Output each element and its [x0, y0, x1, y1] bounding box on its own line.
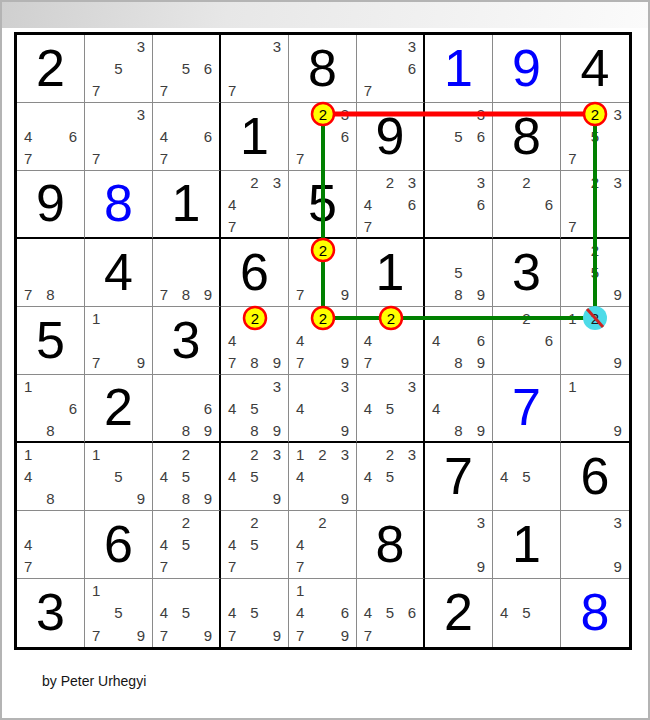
cell-r8c2[interactable]: 6 — [85, 511, 153, 579]
empty-mark — [107, 307, 129, 329]
cell-r1c7[interactable]: 1 — [425, 35, 493, 103]
pencil-mark-3: 3 — [470, 511, 492, 533]
empty-mark — [425, 556, 447, 578]
cell-r4c6[interactable]: 1 — [357, 239, 425, 307]
empty-mark — [561, 397, 584, 419]
pencil-mark-7: 7 — [289, 624, 311, 647]
empty-mark — [197, 375, 219, 397]
cell-r7c2[interactable]: 159 — [85, 443, 153, 511]
pencil-marks: 37 — [221, 35, 288, 102]
pencil-mark-7: 7 — [289, 148, 311, 170]
empty-mark — [584, 284, 607, 306]
pencil-mark-2: 2 — [584, 103, 607, 125]
empty-mark — [447, 375, 469, 397]
empty-mark — [401, 465, 423, 487]
empty-mark — [606, 148, 629, 170]
pencil-marks: 24789 — [221, 307, 288, 374]
pencil-marks: 349 — [289, 375, 356, 441]
cell-r4c4[interactable]: 6 — [221, 239, 289, 307]
big-digit: 8 — [104, 177, 133, 229]
cell-r1c2[interactable]: 357 — [85, 35, 153, 103]
pencil-marks: 237 — [561, 171, 629, 237]
big-digit: 5 — [36, 314, 65, 366]
big-digit: 7 — [444, 450, 473, 502]
pencil-mark-3: 3 — [470, 171, 492, 193]
empty-mark — [17, 239, 39, 261]
cell-r6c7[interactable]: 489 — [425, 375, 493, 443]
cell-r5c4[interactable]: 24789 — [221, 307, 289, 375]
empty-mark — [515, 579, 537, 602]
pencil-mark-8: 8 — [447, 352, 469, 374]
pencil-marks: 179 — [85, 307, 152, 374]
cell-r9c1[interactable]: 3 — [17, 579, 85, 647]
cell-r2c4[interactable]: 1 — [221, 103, 289, 171]
cell-r9c4[interactable]: 4579 — [221, 579, 289, 647]
empty-mark — [289, 419, 311, 441]
pencil-mark-4: 4 — [289, 602, 311, 625]
big-digit: 8 — [581, 586, 610, 638]
cell-r7c4[interactable]: 23459 — [221, 443, 289, 511]
empty-mark — [311, 375, 333, 397]
cell-r9c8[interactable]: 45 — [493, 579, 561, 647]
empty-mark — [266, 511, 288, 533]
pencil-mark-4: 4 — [357, 397, 379, 419]
pencil-mark-8: 8 — [243, 419, 265, 441]
pencil-mark-9: 9 — [197, 488, 219, 510]
pencil-mark-2: 2 — [311, 103, 333, 125]
empty-mark — [493, 171, 515, 193]
empty-mark — [357, 375, 379, 397]
pencil-mark-7: 7 — [85, 80, 107, 102]
cell-r6c1[interactable]: 168 — [17, 375, 85, 443]
pencil-mark-1: 1 — [289, 579, 311, 602]
pencil-mark-1: 1 — [85, 579, 107, 602]
cell-r2c7[interactable]: 356 — [425, 103, 493, 171]
cell-r7c5[interactable]: 12349 — [289, 443, 357, 511]
empty-mark — [379, 352, 401, 374]
cell-r1c6[interactable]: 367 — [357, 35, 425, 103]
empty-mark — [62, 103, 84, 125]
empty-mark — [17, 419, 39, 441]
pencil-mark-4: 4 — [357, 465, 379, 487]
cell-r1c9[interactable]: 4 — [561, 35, 629, 103]
cell-r9c2[interactable]: 1579 — [85, 579, 153, 647]
cell-r8c1[interactable]: 47 — [17, 511, 85, 579]
cell-r6c3[interactable]: 689 — [153, 375, 221, 443]
cell-r5c9[interactable]: 129 — [561, 307, 629, 375]
empty-mark — [447, 307, 469, 329]
cell-r3c9[interactable]: 237 — [561, 171, 629, 239]
pencil-mark-2: 2 — [311, 239, 333, 261]
pencil-mark-4: 4 — [17, 465, 39, 487]
empty-mark — [289, 239, 311, 261]
pencil-mark-3: 3 — [401, 375, 423, 397]
cell-r3c6[interactable]: 23467 — [357, 171, 425, 239]
pencil-mark-2: 2 — [584, 171, 607, 193]
pencil-mark-4: 4 — [289, 329, 311, 351]
empty-mark — [334, 239, 356, 261]
cell-r4c5[interactable]: 279 — [289, 239, 357, 307]
big-digit: 6 — [240, 246, 269, 298]
cell-r2c6[interactable]: 9 — [357, 103, 425, 171]
cell-r5c3[interactable]: 3 — [153, 307, 221, 375]
empty-mark — [130, 443, 152, 465]
empty-mark — [62, 465, 84, 487]
pencil-marks: 159 — [85, 443, 152, 510]
cell-r2c2[interactable]: 37 — [85, 103, 153, 171]
pencil-mark-7: 7 — [289, 352, 311, 374]
empty-mark — [107, 80, 129, 102]
empty-mark — [493, 488, 515, 510]
pencil-marks: 34589 — [221, 375, 288, 441]
empty-mark — [62, 556, 84, 578]
empty-mark — [197, 148, 219, 170]
pencil-mark-2: 2 — [311, 443, 333, 465]
cell-r7c7[interactable]: 7 — [425, 443, 493, 511]
empty-mark — [425, 533, 447, 555]
pencil-mark-4: 4 — [289, 465, 311, 487]
empty-mark — [584, 329, 607, 351]
pencil-marks: 567 — [153, 35, 219, 102]
pencil-mark-4: 4 — [153, 125, 175, 147]
empty-mark — [130, 57, 152, 79]
empty-mark — [311, 579, 333, 602]
cell-r5c2[interactable]: 179 — [85, 307, 153, 375]
pencil-mark-5: 5 — [515, 465, 537, 487]
pencil-mark-6: 6 — [401, 193, 423, 215]
pencil-mark-9: 9 — [266, 488, 288, 510]
empty-mark — [538, 352, 560, 374]
big-digit: 3 — [36, 586, 65, 638]
pencil-mark-3: 3 — [334, 375, 356, 397]
empty-mark — [493, 443, 515, 465]
empty-mark — [584, 419, 607, 441]
cell-r8c7[interactable]: 39 — [425, 511, 493, 579]
cell-r3c7[interactable]: 36 — [425, 171, 493, 239]
empty-mark — [130, 125, 152, 147]
cell-r3c5[interactable]: 5 — [289, 171, 357, 239]
pencil-mark-3: 3 — [334, 103, 356, 125]
pencil-mark-7: 7 — [85, 148, 107, 170]
empty-mark — [538, 579, 560, 602]
empty-mark — [584, 352, 607, 374]
empty-mark — [606, 193, 629, 215]
pencil-mark-4: 4 — [221, 465, 243, 487]
pencil-mark-3: 3 — [401, 171, 423, 193]
cell-r8c8[interactable]: 1 — [493, 511, 561, 579]
empty-mark — [311, 556, 333, 578]
pencil-mark-2: 2 — [379, 443, 401, 465]
cell-r3c1[interactable]: 9 — [17, 171, 85, 239]
empty-mark — [289, 125, 311, 147]
pencil-mark-7: 7 — [85, 352, 107, 374]
empty-mark — [243, 35, 265, 57]
big-digit: 3 — [172, 314, 201, 366]
empty-mark — [175, 80, 197, 102]
cell-r5c6[interactable]: 247 — [357, 307, 425, 375]
pencil-mark-5: 5 — [175, 533, 197, 555]
pencil-mark-2: 2 — [515, 171, 537, 193]
empty-mark — [561, 239, 584, 261]
pencil-mark-7: 7 — [153, 556, 175, 578]
empty-mark — [85, 488, 107, 510]
cell-r1c5[interactable]: 8 — [289, 35, 357, 103]
pencil-mark-2: 2 — [175, 511, 197, 533]
cell-r8c5[interactable]: 247 — [289, 511, 357, 579]
cell-r9c7[interactable]: 2 — [425, 579, 493, 647]
pencil-mark-4: 4 — [221, 533, 243, 555]
cell-r6c4[interactable]: 34589 — [221, 375, 289, 443]
pencil-mark-9: 9 — [130, 352, 152, 374]
cell-r9c5[interactable]: 14679 — [289, 579, 357, 647]
pencil-mark-4: 4 — [17, 125, 39, 147]
big-digit: 2 — [104, 381, 133, 433]
pencil-marks: 589 — [425, 239, 492, 306]
cell-r7c8[interactable]: 45 — [493, 443, 561, 511]
empty-mark — [470, 215, 492, 237]
cell-r6c2[interactable]: 2 — [85, 375, 153, 443]
empty-mark — [447, 511, 469, 533]
big-digit: 1 — [172, 177, 201, 229]
pencil-mark-4: 4 — [357, 602, 379, 625]
pencil-mark-4: 4 — [221, 193, 243, 215]
empty-mark — [153, 239, 175, 261]
cell-r7c9[interactable]: 6 — [561, 443, 629, 511]
pencil-mark-8: 8 — [39, 488, 61, 510]
pencil-mark-3: 3 — [606, 511, 629, 533]
empty-mark — [289, 261, 311, 283]
empty-mark — [357, 57, 379, 79]
cell-r8c6[interactable]: 8 — [357, 511, 425, 579]
empty-mark — [561, 329, 584, 351]
empty-mark — [584, 375, 607, 397]
cell-r7c6[interactable]: 2345 — [357, 443, 425, 511]
cell-r1c3[interactable]: 567 — [153, 35, 221, 103]
pencil-mark-6: 6 — [401, 57, 423, 79]
cell-r4c7[interactable]: 589 — [425, 239, 493, 307]
pencil-mark-4: 4 — [493, 602, 515, 625]
pencil-mark-8: 8 — [243, 352, 265, 374]
empty-mark — [175, 556, 197, 578]
empty-mark — [266, 602, 288, 625]
empty-mark — [39, 511, 61, 533]
empty-mark — [493, 624, 515, 647]
pencil-mark-4: 4 — [289, 533, 311, 555]
pencil-mark-6: 6 — [470, 193, 492, 215]
pencil-mark-5: 5 — [175, 602, 197, 625]
pencil-mark-2: 2 — [175, 443, 197, 465]
empty-mark — [130, 602, 152, 625]
pencil-mark-1: 1 — [17, 443, 39, 465]
cell-r9c6[interactable]: 4567 — [357, 579, 425, 647]
pencil-mark-7: 7 — [153, 148, 175, 170]
pencil-mark-9: 9 — [606, 556, 629, 578]
empty-mark — [311, 465, 333, 487]
cell-r6c6[interactable]: 345 — [357, 375, 425, 443]
pencil-mark-2: 2 — [311, 511, 333, 533]
empty-mark — [266, 57, 288, 79]
empty-mark — [130, 148, 152, 170]
empty-mark — [130, 579, 152, 602]
empty-mark — [62, 443, 84, 465]
cell-r8c4[interactable]: 2457 — [221, 511, 289, 579]
pencil-marks: 36 — [425, 171, 492, 237]
empty-mark — [197, 261, 219, 283]
empty-mark — [39, 103, 61, 125]
empty-mark — [266, 579, 288, 602]
pencil-mark-6: 6 — [197, 125, 219, 147]
cell-r2c3[interactable]: 467 — [153, 103, 221, 171]
pencil-marks: 2367 — [289, 103, 356, 170]
empty-mark — [243, 215, 265, 237]
empty-mark — [447, 556, 469, 578]
empty-mark — [606, 125, 629, 147]
empty-mark — [493, 329, 515, 351]
cell-r9c3[interactable]: 4579 — [153, 579, 221, 647]
cell-r3c2[interactable]: 8 — [85, 171, 153, 239]
empty-mark — [561, 352, 584, 374]
cell-r5c7[interactable]: 4689 — [425, 307, 493, 375]
empty-mark — [197, 103, 219, 125]
pencil-mark-7: 7 — [357, 80, 379, 102]
empty-mark — [39, 443, 61, 465]
pencil-mark-9: 9 — [334, 284, 356, 306]
pencil-mark-9: 9 — [606, 419, 629, 441]
pencil-mark-3: 3 — [401, 35, 423, 57]
pencil-mark-9: 9 — [197, 419, 219, 441]
empty-mark — [401, 352, 423, 374]
pencil-marks: 279 — [289, 239, 356, 306]
empty-mark — [243, 579, 265, 602]
cell-r6c9[interactable]: 19 — [561, 375, 629, 443]
empty-mark — [130, 80, 152, 102]
empty-mark — [357, 419, 379, 441]
big-digit: 3 — [512, 246, 541, 298]
empty-mark — [425, 307, 447, 329]
cell-r2c9[interactable]: 2357 — [561, 103, 629, 171]
big-digit: 1 — [240, 110, 269, 162]
cell-r1c8[interactable]: 9 — [493, 35, 561, 103]
pencil-marks: 467 — [153, 103, 219, 170]
pencil-mark-7: 7 — [153, 284, 175, 306]
pencil-marks: 78 — [17, 239, 84, 306]
cell-r5c8[interactable]: 26 — [493, 307, 561, 375]
empty-mark — [357, 35, 379, 57]
empty-mark — [561, 419, 584, 441]
cell-r5c5[interactable]: 2479 — [289, 307, 357, 375]
pencil-mark-2: 2 — [515, 307, 537, 329]
empty-mark — [153, 419, 175, 441]
cell-r5c1[interactable]: 5 — [17, 307, 85, 375]
empty-mark — [266, 556, 288, 578]
empty-mark — [447, 148, 469, 170]
pencil-mark-9: 9 — [266, 419, 288, 441]
cell-r8c3[interactable]: 2457 — [153, 511, 221, 579]
pencil-mark-7: 7 — [17, 556, 39, 578]
empty-mark — [561, 533, 584, 555]
pencil-mark-9: 9 — [334, 624, 356, 647]
empty-mark — [561, 511, 584, 533]
pencil-mark-1: 1 — [85, 443, 107, 465]
pencil-mark-9: 9 — [266, 624, 288, 647]
empty-mark — [606, 533, 629, 555]
big-digit: 1 — [376, 246, 405, 298]
pencil-marks: 168 — [17, 375, 84, 441]
cell-r2c1[interactable]: 467 — [17, 103, 85, 171]
empty-mark — [175, 103, 197, 125]
empty-mark — [401, 215, 423, 237]
empty-mark — [401, 419, 423, 441]
empty-mark — [39, 533, 61, 555]
pencil-mark-7: 7 — [357, 215, 379, 237]
cell-r7c1[interactable]: 148 — [17, 443, 85, 511]
cell-r2c8[interactable]: 8 — [493, 103, 561, 171]
cell-r8c9[interactable]: 39 — [561, 511, 629, 579]
pencil-mark-9: 9 — [130, 624, 152, 647]
pencil-marks: 148 — [17, 443, 84, 510]
cell-r4c1[interactable]: 78 — [17, 239, 85, 307]
big-digit: 9 — [376, 110, 405, 162]
pencil-marks: 356 — [425, 103, 492, 170]
empty-mark — [39, 125, 61, 147]
empty-mark — [538, 443, 560, 465]
empty-mark — [379, 80, 401, 102]
empty-mark — [538, 465, 560, 487]
cell-r6c8[interactable]: 7 — [493, 375, 561, 443]
cell-r3c8[interactable]: 26 — [493, 171, 561, 239]
pencil-mark-6: 6 — [538, 193, 560, 215]
empty-mark — [221, 375, 243, 397]
pencil-mark-3: 3 — [606, 103, 629, 125]
pencil-mark-5: 5 — [447, 261, 469, 283]
pencil-marks: 19 — [561, 375, 629, 441]
pencil-mark-7: 7 — [221, 556, 243, 578]
empty-mark — [17, 103, 39, 125]
pencil-mark-9: 9 — [606, 352, 629, 374]
pencil-mark-5: 5 — [379, 397, 401, 419]
empty-mark — [334, 261, 356, 283]
empty-mark — [221, 443, 243, 465]
pencil-mark-7: 7 — [561, 215, 584, 237]
pencil-mark-6: 6 — [62, 397, 84, 419]
cell-r1c1[interactable]: 2 — [17, 35, 85, 103]
empty-mark — [447, 533, 469, 555]
cell-r4c9[interactable]: 259 — [561, 239, 629, 307]
cell-r4c8[interactable]: 3 — [493, 239, 561, 307]
empty-mark — [221, 307, 243, 329]
pencil-mark-3: 3 — [606, 171, 629, 193]
cell-r3c4[interactable]: 2347 — [221, 171, 289, 239]
empty-mark — [266, 533, 288, 555]
empty-mark — [447, 103, 469, 125]
pencil-mark-4: 4 — [153, 465, 175, 487]
cell-r2c5[interactable]: 2367 — [289, 103, 357, 171]
empty-mark — [311, 148, 333, 170]
pencil-mark-1: 1 — [561, 307, 584, 329]
big-digit: 7 — [512, 381, 541, 433]
empty-mark — [606, 307, 629, 329]
cell-r4c3[interactable]: 789 — [153, 239, 221, 307]
cell-r7c3[interactable]: 24589 — [153, 443, 221, 511]
empty-mark — [266, 193, 288, 215]
cell-r4c2[interactable]: 4 — [85, 239, 153, 307]
cell-r3c3[interactable]: 1 — [153, 171, 221, 239]
cell-r6c5[interactable]: 349 — [289, 375, 357, 443]
pencil-mark-5: 5 — [107, 465, 129, 487]
cell-r9c9[interactable]: 8 — [561, 579, 629, 647]
pencil-mark-6: 6 — [538, 329, 560, 351]
cell-r1c4[interactable]: 37 — [221, 35, 289, 103]
